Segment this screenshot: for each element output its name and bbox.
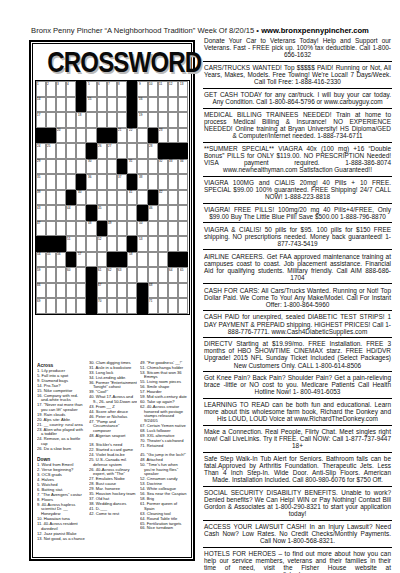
- crossword-cell[interactable]: 30: [86, 159, 96, 175]
- classified-ad: DIRECTV Starting at $19.99/mo. FREE Inst…: [203, 338, 392, 372]
- crossword-cell[interactable]: [76, 267, 86, 283]
- crossword-cell[interactable]: [86, 190, 96, 206]
- clue-column-3: 49. “For goodness' __!”51. Chimichanga h…: [140, 360, 189, 554]
- cell-number: 70: [98, 299, 101, 302]
- cell-number: 4: [67, 82, 69, 85]
- cell-number: 12: [169, 82, 172, 85]
- crossword-cell[interactable]: 61: [97, 267, 107, 283]
- crossword-cell[interactable]: [56, 298, 66, 314]
- crossword-cell[interactable]: [178, 174, 188, 190]
- crossword-cell[interactable]: 11: [158, 81, 168, 97]
- crossword-black-cell: [178, 143, 188, 159]
- across-clue: 47. “Pomp and Circumstance” composer: [89, 419, 138, 433]
- crossword-black-cell: [76, 174, 86, 190]
- crossword-cell[interactable]: [56, 112, 66, 128]
- crossword-black-cell: [127, 97, 137, 113]
- cell-number: 9: [139, 82, 141, 85]
- cell-number: 14: [37, 97, 40, 100]
- cell-number: 65: [180, 268, 183, 271]
- cell-number: 27: [108, 144, 111, 147]
- crossword-cell[interactable]: [137, 128, 147, 144]
- cell-number: 61: [98, 268, 101, 271]
- crossword-cell[interactable]: [127, 143, 137, 159]
- crossword-cell[interactable]: [178, 128, 188, 144]
- crossword-cell[interactable]: 16: [137, 97, 147, 113]
- cell-number: 22: [129, 128, 132, 131]
- crossword-cell[interactable]: [66, 143, 76, 159]
- crossword-cell[interactable]: [148, 174, 158, 190]
- cell-number: 8: [118, 82, 120, 85]
- crossword-cell[interactable]: [86, 236, 96, 252]
- crossword-cell[interactable]: 2: [46, 81, 56, 97]
- crossword-cell[interactable]: 14: [36, 97, 46, 113]
- crossword-cell[interactable]: [117, 283, 127, 299]
- crossword-cell[interactable]: 17: [36, 112, 46, 128]
- crossword-cell[interactable]: [148, 112, 158, 128]
- crossword-cell[interactable]: [158, 252, 168, 268]
- crossword-cell[interactable]: [178, 112, 188, 128]
- cell-number: 21: [118, 128, 121, 131]
- crossword-cell[interactable]: [76, 143, 86, 159]
- crossword-cell[interactable]: [56, 159, 66, 175]
- cell-number: 3: [57, 82, 59, 85]
- crossword-cell[interactable]: [46, 112, 56, 128]
- crossword-cell[interactable]: 59: [36, 267, 46, 283]
- crossword-cell[interactable]: [158, 267, 168, 283]
- crossword-cell[interactable]: 37: [117, 174, 127, 190]
- crossword-cell[interactable]: [178, 190, 188, 206]
- crossword-cell[interactable]: [76, 159, 86, 175]
- cell-number: 35: [37, 175, 40, 178]
- cell-number: 32: [159, 159, 162, 162]
- crossword-cell[interactable]: [86, 252, 96, 268]
- crossword-cell[interactable]: [46, 283, 56, 299]
- crossword-cell[interactable]: [168, 128, 178, 144]
- crossword-cell[interactable]: 69: [36, 298, 46, 314]
- crossword-cell[interactable]: 39: [36, 190, 46, 206]
- cell-number: 17: [37, 113, 40, 116]
- crossword-cell[interactable]: [137, 143, 147, 159]
- crossword-title: CROSSWORD: [47, 45, 177, 78]
- crossword-cell[interactable]: 53: [137, 236, 147, 252]
- crossword-cell[interactable]: 18: [76, 112, 86, 128]
- crossword-cell[interactable]: [66, 128, 76, 144]
- crossword-cell[interactable]: [56, 283, 66, 299]
- crossword-cell[interactable]: [56, 267, 66, 283]
- crossword-cell[interactable]: [117, 221, 127, 237]
- clue-column-1: Across1. Lily producer5. Fall into a spo…: [37, 360, 86, 554]
- crossword-cell[interactable]: 48: [86, 221, 96, 237]
- crossword-black-cell: [36, 128, 46, 144]
- crossword-cell[interactable]: 31: [127, 159, 137, 175]
- crossword-cell[interactable]: 60: [66, 267, 76, 283]
- crossword-cell[interactable]: [46, 221, 56, 237]
- classified-ad: Donate Your Car to Veterans Today! Help …: [203, 35, 392, 62]
- across-clue: 23. Alien who played with a toddler: [37, 427, 86, 436]
- cell-number: 49: [108, 221, 111, 224]
- cell-number: 24: [37, 144, 40, 147]
- crossword-cell[interactable]: 10: [148, 81, 158, 97]
- cell-number: 64: [169, 268, 172, 271]
- crossword-cell[interactable]: [137, 159, 147, 175]
- crossword-cell[interactable]: 3: [56, 81, 66, 97]
- crossword-cell[interactable]: [158, 205, 168, 221]
- crossword-cell[interactable]: 52: [97, 236, 107, 252]
- crossword-cell[interactable]: [107, 112, 117, 128]
- crossword-cell[interactable]: 6: [97, 81, 107, 97]
- crossword-cell[interactable]: [178, 236, 188, 252]
- cell-number: 19: [139, 113, 142, 116]
- crossword-cell[interactable]: [107, 236, 117, 252]
- classified-ad: CARS/TRUCKS WANTED! Top $$$$$ PAID! Runn…: [203, 62, 392, 89]
- crossword-cell[interactable]: [107, 159, 117, 175]
- crossword-cell[interactable]: 51: [66, 236, 76, 252]
- crossword-cell[interactable]: [127, 221, 137, 237]
- crossword-cell[interactable]: [148, 267, 158, 283]
- crossword-cell[interactable]: 57: [76, 252, 86, 268]
- cell-number: 40: [78, 190, 81, 193]
- across-clue: 24. Remove, as a bottle cap: [37, 437, 86, 446]
- crossword-black-cell: [76, 81, 86, 97]
- crossword-cell[interactable]: [117, 298, 127, 314]
- cell-number: 59: [37, 268, 40, 271]
- crossword-cell[interactable]: [76, 128, 86, 144]
- crossword-cell[interactable]: [46, 174, 56, 190]
- clue-column-2: 30. Clam digging times31. Aisle in a boo…: [89, 360, 138, 554]
- crossword-cell[interactable]: [117, 97, 127, 113]
- crossword-black-cell: [148, 128, 158, 144]
- crossword-black-cell: [117, 252, 127, 268]
- crossword-cell[interactable]: 67: [97, 283, 107, 299]
- crossword-black-cell: [86, 267, 96, 283]
- masthead-text: Bronx Penny Pincher “A Neighborhood Trad…: [31, 26, 261, 35]
- cell-number: 26: [98, 144, 101, 147]
- across-clue: 53. Sitcom that won 36 Emmys: [140, 370, 189, 379]
- crossword-cell[interactable]: 64: [168, 267, 178, 283]
- cell-number: 45: [98, 206, 101, 209]
- crossword-cell[interactable]: [66, 174, 76, 190]
- crossword-cell[interactable]: [107, 283, 117, 299]
- cell-number: 50: [139, 221, 142, 224]
- crossword-cell[interactable]: [46, 97, 56, 113]
- site-url: www.bronxpennypincher.com: [261, 26, 369, 35]
- crossword-cell[interactable]: 65: [178, 267, 188, 283]
- cell-number: 15: [88, 97, 91, 100]
- crossword-black-cell: [86, 143, 96, 159]
- down-clue: 61. Former queen of Spain: [140, 501, 189, 510]
- crossword-cell[interactable]: [97, 159, 107, 175]
- crossword-cell[interactable]: 8: [117, 81, 127, 97]
- cell-number: 63: [118, 268, 121, 271]
- crossword-cell[interactable]: [56, 205, 66, 221]
- crossword-black-cell: [137, 205, 147, 221]
- crossword-cell[interactable]: 63: [117, 267, 127, 283]
- crossword-cell[interactable]: 34: [178, 159, 188, 175]
- crossword-cell[interactable]: [97, 252, 107, 268]
- crossword-cell[interactable]: 25: [46, 143, 56, 159]
- crossword-cell[interactable]: 35: [36, 174, 46, 190]
- crossword-cell[interactable]: [148, 252, 158, 268]
- crossword-cell[interactable]: 58: [127, 252, 137, 268]
- crossword-cell[interactable]: 29: [36, 159, 46, 175]
- crossword-black-cell: [97, 128, 107, 144]
- crossword-cell[interactable]: [86, 128, 96, 144]
- crossword-cell[interactable]: 19: [137, 112, 147, 128]
- crossword-cell[interactable]: [56, 143, 66, 159]
- crossword-cell[interactable]: 47: [36, 221, 46, 237]
- crossword-cell[interactable]: 21: [117, 128, 127, 144]
- crossword-black-cell: [127, 236, 137, 252]
- crossword-cell[interactable]: 7: [107, 81, 117, 97]
- cell-number: 25: [47, 144, 50, 147]
- down-clue: 7. “The Avengers” costar: [37, 492, 86, 497]
- crossword-cell[interactable]: [168, 283, 178, 299]
- crossword-cell[interactable]: 13: [178, 81, 188, 97]
- crossword-cell[interactable]: [107, 190, 117, 206]
- crossword-cell[interactable]: [178, 221, 188, 237]
- crossword-cell[interactable]: [168, 97, 178, 113]
- cell-number: 28: [149, 144, 152, 147]
- classified-ad: LEARNING TO READ can be both fun and edu…: [203, 399, 392, 426]
- crossword-cell[interactable]: [168, 298, 178, 314]
- crossword-cell[interactable]: [46, 298, 56, 314]
- crossword-cell[interactable]: [168, 174, 178, 190]
- crossword-cell[interactable]: [97, 190, 107, 206]
- crossword-cell[interactable]: [127, 283, 137, 299]
- crossword-cell[interactable]: [76, 283, 86, 299]
- crossword-cell[interactable]: 12: [168, 81, 178, 97]
- crossword-cell[interactable]: [158, 112, 168, 128]
- cell-number: 66: [37, 283, 40, 286]
- crossword-cell[interactable]: [168, 205, 178, 221]
- cell-number: 29: [37, 159, 40, 162]
- crossword-cell[interactable]: [117, 143, 127, 159]
- crossword-cell[interactable]: 15: [86, 97, 96, 113]
- crossword-cell[interactable]: 43: [36, 205, 46, 221]
- classified-ad: Make a Connection. Real People, Flirty C…: [203, 426, 392, 453]
- cell-number: 16: [139, 97, 142, 100]
- crossword-cell[interactable]: [46, 267, 56, 283]
- crossword-cell[interactable]: 50: [137, 221, 147, 237]
- crossword-cell[interactable]: [158, 174, 168, 190]
- crossword-black-cell: [66, 252, 76, 268]
- cell-number: 69: [37, 299, 40, 302]
- cell-number: 20: [57, 128, 60, 131]
- crossword-cell[interactable]: [107, 298, 117, 314]
- crossword-cell[interactable]: 36: [86, 174, 96, 190]
- cell-number: 57: [78, 252, 81, 255]
- crossword-cell[interactable]: 27: [107, 143, 117, 159]
- crossword-cell[interactable]: [158, 236, 168, 252]
- crossword-cell[interactable]: [76, 221, 86, 237]
- cell-number: 1: [37, 82, 39, 85]
- crossword-cell[interactable]: [46, 190, 56, 206]
- cell-number: 58: [129, 252, 132, 255]
- crossword-cell[interactable]: [56, 97, 66, 113]
- crossword-black-cell: [36, 236, 46, 252]
- crossword-cell[interactable]: [117, 236, 127, 252]
- crossword-cell[interactable]: 46: [148, 205, 158, 221]
- crossword-black-cell: [86, 298, 96, 314]
- cell-number: 54: [37, 252, 40, 255]
- crossword-cell[interactable]: [137, 190, 147, 206]
- crossword-cell[interactable]: [178, 205, 188, 221]
- classified-ad: Safe Step Walk-In Tub Alert for Seniors.…: [203, 453, 392, 487]
- page-header: Bronx Penny Pincher “A Neighborhood Trad…: [0, 26, 400, 35]
- down-clue: 26. 40-Across culinary expert, with “The…: [89, 467, 138, 476]
- down-clue: 50. “Time's fun when you're having flies…: [140, 462, 189, 476]
- cell-number: 47: [37, 221, 40, 224]
- classified-ad: MEDICAL BILLING TRAINEES NEEDED! Train a…: [203, 109, 392, 143]
- crossword-cell[interactable]: [148, 236, 158, 252]
- crossword-cell[interactable]: [56, 190, 66, 206]
- crossword-cell[interactable]: [158, 221, 168, 237]
- down-clue: 42. Come to rest: [89, 511, 138, 516]
- crossword-cell[interactable]: 1: [36, 81, 46, 97]
- classified-ad: CASH PAID for unexpired, sealed DIABETIC…: [203, 311, 392, 338]
- crossword-cell[interactable]: 49: [107, 221, 117, 237]
- crossword-cell[interactable]: 56: [56, 252, 66, 268]
- crossword-cell[interactable]: 20: [56, 128, 66, 144]
- crossword-black-cell: [127, 81, 137, 97]
- crossword-cell[interactable]: [117, 112, 127, 128]
- crossword-black-cell: [137, 298, 147, 314]
- crossword-cell[interactable]: [127, 267, 137, 283]
- cell-number: 56: [57, 252, 60, 255]
- crossword-cell[interactable]: 71: [148, 298, 158, 314]
- crossword-cell[interactable]: [46, 159, 56, 175]
- crossword-cell[interactable]: [178, 298, 188, 314]
- cell-number: 13: [180, 82, 183, 85]
- crossword-cell[interactable]: [97, 174, 107, 190]
- crossword-cell[interactable]: 44: [66, 205, 76, 221]
- cell-number: 62: [108, 268, 111, 271]
- crossword-black-cell: [97, 221, 107, 237]
- crossword-cell[interactable]: [158, 298, 168, 314]
- crossword-cell[interactable]: 40: [76, 190, 86, 206]
- cell-number: 52: [98, 237, 101, 240]
- crossword-cell[interactable]: 68: [148, 283, 158, 299]
- crossword-cell[interactable]: 5: [86, 81, 96, 97]
- across-clue: 49. “For goodness' __!”: [140, 360, 189, 365]
- cell-number: 55: [47, 252, 50, 255]
- crossword-cell[interactable]: [66, 298, 76, 314]
- crossword-cell[interactable]: [56, 174, 66, 190]
- crossword-cell[interactable]: [158, 283, 168, 299]
- cell-number: 18: [78, 113, 81, 116]
- crossword-cell[interactable]: [86, 112, 96, 128]
- crossword-cell[interactable]: [107, 174, 117, 190]
- across-clue: 62. 40-Across creator honored with posta…: [140, 404, 189, 423]
- crossword-black-cell: [66, 190, 76, 206]
- cell-number: 53: [139, 237, 142, 240]
- crossword-cell[interactable]: 28: [148, 143, 158, 159]
- crossword-cell[interactable]: 41: [127, 190, 137, 206]
- crossword-cell[interactable]: 54: [36, 252, 46, 268]
- classified-ad: AIRLINE CAREERS. Get FAA approved mainte…: [203, 250, 392, 284]
- crossword-cell[interactable]: [137, 267, 147, 283]
- across-clue: 17. “Never eat more than you can lift” s…: [37, 402, 86, 411]
- crossword-black-cell: [56, 236, 66, 252]
- crossword-cell[interactable]: [46, 205, 56, 221]
- crossword-cell[interactable]: 4: [66, 81, 76, 97]
- crossword-cell[interactable]: [97, 97, 107, 113]
- crossword-cell[interactable]: [76, 236, 86, 252]
- crossword-cell[interactable]: 33: [168, 159, 178, 175]
- cell-number: 41: [129, 190, 132, 193]
- crossword-cell[interactable]: 42: [158, 190, 168, 206]
- crossword-cell[interactable]: [168, 221, 178, 237]
- crossword-cell[interactable]: 62: [107, 267, 117, 283]
- across-clue: 16. Company with red-and-white trucks: [37, 393, 86, 402]
- crossword-cell[interactable]: 66: [36, 283, 46, 299]
- crossword-cell[interactable]: [66, 283, 76, 299]
- across-clue: 21. __ country: rural area: [37, 422, 86, 427]
- crossword-black-cell: [117, 159, 127, 175]
- crossword-cell[interactable]: [117, 205, 127, 221]
- cell-number: 10: [149, 82, 152, 85]
- cell-number: 42: [159, 190, 162, 193]
- crossword-cell[interactable]: [107, 205, 117, 221]
- crossword-cell[interactable]: 22: [127, 128, 137, 144]
- crossword-cell[interactable]: [148, 159, 158, 175]
- classified-ad: GET CASH TODAY for any car/truck. I will…: [203, 89, 392, 109]
- crossword-cell[interactable]: [178, 283, 188, 299]
- crossword-cell[interactable]: [107, 97, 117, 113]
- crossword-cell[interactable]: [66, 159, 76, 175]
- crossword-cell[interactable]: [178, 97, 188, 113]
- crossword-cell[interactable]: [127, 298, 137, 314]
- cell-number: 37: [118, 175, 121, 178]
- cell-number: 68: [149, 283, 152, 286]
- crossword-cell[interactable]: 26: [97, 143, 107, 159]
- down-clue: 66. Nice turndown: [140, 526, 189, 531]
- crossword-cell[interactable]: 70: [97, 298, 107, 314]
- crossword-cell[interactable]: [117, 190, 127, 206]
- crossword-cell[interactable]: [97, 112, 107, 128]
- crossword-cell[interactable]: 24: [36, 143, 46, 159]
- classified-ad: HOTELS FOR HEROES – to find out more abo…: [203, 548, 392, 573]
- crossword-cell[interactable]: 45: [97, 205, 107, 221]
- crossword-cell[interactable]: [168, 112, 178, 128]
- crossword-cell[interactable]: 23: [158, 128, 168, 144]
- classified-ad: ACCESS YOUR LAWSUIT CASH! In an Injury L…: [203, 521, 392, 548]
- crossword-cell[interactable]: [148, 221, 158, 237]
- crossword-cell[interactable]: 38: [137, 174, 147, 190]
- crossword-cell[interactable]: [168, 190, 178, 206]
- classifieds-column: Donate Your Car to Veterans Today! Help …: [203, 35, 392, 573]
- crossword-cell[interactable]: [168, 236, 178, 252]
- crossword-cell[interactable]: [148, 97, 158, 113]
- crossword-cell[interactable]: [66, 97, 76, 113]
- cell-number: 5: [88, 82, 90, 85]
- crossword-cell[interactable]: [127, 205, 137, 221]
- cell-number: 43: [37, 206, 40, 209]
- classified-ad: CASH FOR CARS: All Cars/Trucks Wanted. R…: [203, 284, 392, 311]
- crossword-cell[interactable]: [76, 298, 86, 314]
- across-clue: 30. Clam digging times: [89, 360, 138, 365]
- crossword-cell[interactable]: [66, 221, 76, 237]
- crossword-cell[interactable]: [76, 205, 86, 221]
- crossword-cell[interactable]: [56, 221, 66, 237]
- crossword-cell[interactable]: 32: [158, 159, 168, 175]
- crossword-cell[interactable]: 9: [137, 81, 147, 97]
- crossword-cell[interactable]: [66, 112, 76, 128]
- crossword-cell[interactable]: 55: [46, 252, 56, 268]
- crossword-black-cell: [86, 205, 96, 221]
- crossword-cell[interactable]: [158, 97, 168, 113]
- crossword-cell[interactable]: [137, 252, 147, 268]
